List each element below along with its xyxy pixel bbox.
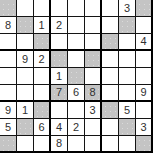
cell-r4c6[interactable] bbox=[85, 51, 102, 68]
cell-r1c2[interactable] bbox=[17, 0, 34, 17]
cell-r7c2-given[interactable]: 1 bbox=[17, 102, 34, 119]
cell-r3c2[interactable] bbox=[17, 34, 34, 51]
cell-r5c7[interactable] bbox=[102, 68, 119, 85]
cell-r7c7[interactable] bbox=[102, 102, 119, 119]
cell-r7c6-given[interactable]: 3 bbox=[85, 102, 102, 119]
cell-r2c8[interactable] bbox=[119, 17, 136, 34]
cell-r6c2[interactable] bbox=[17, 85, 34, 102]
cell-r4c3-given[interactable]: 2 bbox=[34, 51, 51, 68]
cell-r5c8[interactable] bbox=[119, 68, 136, 85]
cell-r8c4-given[interactable]: 4 bbox=[51, 119, 68, 136]
cell-r1c5[interactable] bbox=[68, 0, 85, 17]
cell-r9c7[interactable] bbox=[102, 136, 119, 153]
cell-r8c2[interactable] bbox=[17, 119, 34, 136]
cell-r6c6-given[interactable]: 8 bbox=[85, 85, 102, 102]
cell-r2c5[interactable] bbox=[68, 17, 85, 34]
cell-r4c7[interactable] bbox=[102, 51, 119, 68]
cell-r2c2[interactable] bbox=[17, 17, 34, 34]
cell-r1c8-given[interactable]: 3 bbox=[119, 0, 136, 17]
cell-r9c3[interactable] bbox=[34, 136, 51, 153]
cell-r5c9[interactable] bbox=[136, 68, 153, 85]
cell-r1c9[interactable] bbox=[136, 0, 153, 17]
cell-r3c3[interactable] bbox=[34, 34, 51, 51]
cell-r8c6[interactable] bbox=[85, 119, 102, 136]
cell-r1c3[interactable] bbox=[34, 0, 51, 17]
cell-r5c4-given[interactable]: 1 bbox=[51, 68, 68, 85]
cell-r2c9[interactable] bbox=[136, 17, 153, 34]
cell-r4c5[interactable] bbox=[68, 51, 85, 68]
cell-r8c9-given[interactable]: 3 bbox=[136, 119, 153, 136]
cell-r6c8[interactable] bbox=[119, 85, 136, 102]
cell-r6c1[interactable] bbox=[0, 85, 17, 102]
cell-r6c4-given[interactable]: 7 bbox=[51, 85, 68, 102]
cell-r7c4[interactable] bbox=[51, 102, 68, 119]
cell-r5c1[interactable] bbox=[0, 68, 17, 85]
cell-r9c2[interactable] bbox=[17, 136, 34, 153]
cell-r3c7[interactable] bbox=[102, 34, 119, 51]
cell-r3c4[interactable] bbox=[51, 34, 68, 51]
cell-r2c7[interactable] bbox=[102, 17, 119, 34]
cell-r3c6[interactable] bbox=[85, 34, 102, 51]
cell-r6c5-given[interactable]: 6 bbox=[68, 85, 85, 102]
cell-r1c1[interactable] bbox=[0, 0, 17, 17]
cell-r9c4-given[interactable]: 8 bbox=[51, 136, 68, 153]
cell-r6c3[interactable] bbox=[34, 85, 51, 102]
cell-r7c5[interactable] bbox=[68, 102, 85, 119]
cell-r5c3[interactable] bbox=[34, 68, 51, 85]
cell-r7c3[interactable] bbox=[34, 102, 51, 119]
cell-r4c4[interactable] bbox=[51, 51, 68, 68]
cell-r4c1[interactable] bbox=[0, 51, 17, 68]
cell-r1c4[interactable] bbox=[51, 0, 68, 17]
cell-r8c3-given[interactable]: 6 bbox=[34, 119, 51, 136]
cell-r1c6[interactable] bbox=[85, 0, 102, 17]
cell-r3c1[interactable] bbox=[0, 34, 17, 51]
sudoku-board: 3812492176899135564238 bbox=[0, 0, 153, 153]
cell-r6c7[interactable] bbox=[102, 85, 119, 102]
cell-r9c5[interactable] bbox=[68, 136, 85, 153]
cell-r1c7[interactable] bbox=[102, 0, 119, 17]
cell-r8c8[interactable] bbox=[119, 119, 136, 136]
cell-r5c5[interactable] bbox=[68, 68, 85, 85]
cell-r3c8[interactable] bbox=[119, 34, 136, 51]
cell-r5c6[interactable] bbox=[85, 68, 102, 85]
cell-r2c6[interactable] bbox=[85, 17, 102, 34]
cell-r9c8[interactable] bbox=[119, 136, 136, 153]
cell-r9c1[interactable] bbox=[0, 136, 17, 153]
cell-r7c9[interactable] bbox=[136, 102, 153, 119]
cell-r3c9-given[interactable]: 4 bbox=[136, 34, 153, 51]
cell-r4c9[interactable] bbox=[136, 51, 153, 68]
cell-r3c5[interactable] bbox=[68, 34, 85, 51]
cell-r4c8[interactable] bbox=[119, 51, 136, 68]
cell-r6c9-given[interactable]: 9 bbox=[136, 85, 153, 102]
cell-r9c9[interactable] bbox=[136, 136, 153, 153]
cell-r2c4-given[interactable]: 2 bbox=[51, 17, 68, 34]
cell-r7c1-given[interactable]: 9 bbox=[0, 102, 17, 119]
cell-r2c3-given[interactable]: 1 bbox=[34, 17, 51, 34]
cell-r4c2-given[interactable]: 9 bbox=[17, 51, 34, 68]
cell-r8c5-given[interactable]: 2 bbox=[68, 119, 85, 136]
cell-r2c1-given[interactable]: 8 bbox=[0, 17, 17, 34]
cell-r9c6[interactable] bbox=[85, 136, 102, 153]
cell-r8c1-given[interactable]: 5 bbox=[0, 119, 17, 136]
cell-r5c2[interactable] bbox=[17, 68, 34, 85]
cell-r7c8-given[interactable]: 5 bbox=[119, 102, 136, 119]
cell-r8c7[interactable] bbox=[102, 119, 119, 136]
